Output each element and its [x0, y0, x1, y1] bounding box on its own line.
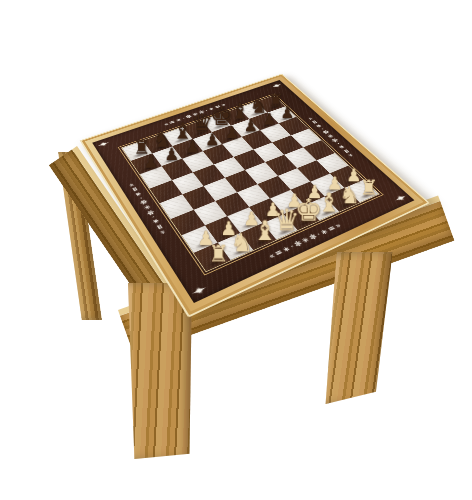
chess-table-top: ✦ ✦ ✦ ✦ «≡∗·✻✳✻·∗≡» «≡∗·✻✳✻·∗≡» «≡∗·✻✳✻·…: [80, 74, 430, 318]
square-d5[interactable]: [213, 157, 245, 178]
piece-white-rook[interactable]: ♜: [360, 178, 378, 199]
chess-board: ♜♞♝♛♚♝♞♜♟♟♟♟♟♟♟♟♟♟♟♟♟♟♟♟♜♞♝♛♚♝♞♜: [122, 96, 379, 271]
corner-star-icon: ✦: [95, 139, 112, 150]
piece-white-bishop[interactable]: ♝: [253, 218, 277, 245]
piece-black-pawn[interactable]: ♟: [280, 105, 294, 120]
piece-white-queen[interactable]: ♛: [274, 206, 300, 235]
piece-white-knight[interactable]: ♞: [231, 230, 254, 255]
piece-black-pawn[interactable]: ♟: [262, 111, 276, 127]
piece-black-pawn[interactable]: ♟: [185, 138, 200, 155]
piece-black-pawn[interactable]: ♟: [164, 146, 179, 163]
corner-star-icon: ✦: [269, 82, 285, 90]
square-e5[interactable]: [233, 149, 264, 170]
wooden-frame: ✦ ✦ ✦ ✦ «≡∗·✻✳✻·∗≡» «≡∗·✻✳✻·∗≡» «≡∗·✻✳✻·…: [80, 74, 430, 318]
corner-star-icon: ✦: [391, 192, 411, 205]
piece-black-pawn[interactable]: ♟: [225, 125, 239, 141]
corner-star-icon: ✦: [188, 282, 210, 299]
piece-white-rook[interactable]: ♜: [208, 243, 229, 266]
piece-black-pawn[interactable]: ♟: [244, 118, 258, 134]
scene: ✦ ✦ ✦ ✦ «≡∗·✻✳✻·∗≡» «≡∗·✻✳✻·∗≡» «≡∗·✻✳✻·…: [0, 0, 472, 500]
piece-black-pawn[interactable]: ♟: [205, 131, 220, 147]
piece-white-knight[interactable]: ♞: [339, 183, 360, 207]
chess-table-photo: ✦ ✦ ✦ ✦ «≡∗·✻✳✻·∗≡» «≡∗·✻✳✻·∗≡» «≡∗·✻✳✻·…: [0, 0, 472, 500]
piece-black-pawn[interactable]: ♟: [143, 153, 158, 170]
board-border: ✦ ✦ ✦ ✦ «≡∗·✻✳✻·∗≡» «≡∗·✻✳✻·∗≡» «≡∗·✻✳✻·…: [92, 80, 414, 303]
